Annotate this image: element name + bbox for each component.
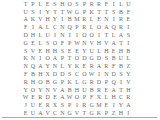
grid-cell[interactable]: D [110, 70, 117, 78]
grid-cell[interactable]: H [95, 39, 102, 47]
grid-cell[interactable]: E [29, 39, 36, 47]
grid-cell[interactable]: H [73, 86, 80, 94]
grid-cell[interactable]: N [59, 31, 66, 39]
grid-cell[interactable]: D [81, 55, 88, 63]
grid-cell[interactable]: E [37, 47, 44, 55]
grid-cell[interactable]: L [37, 31, 44, 39]
grid-cell[interactable]: L [88, 23, 95, 31]
grid-cell[interactable]: I [125, 109, 132, 117]
grid-cell[interactable]: G [81, 78, 88, 86]
grid-cell[interactable]: Y [44, 62, 51, 70]
grid-cell[interactable]: D [22, 31, 29, 39]
grid-cell[interactable]: S [29, 8, 36, 16]
grid-cell[interactable]: X [44, 70, 51, 78]
grid-cell[interactable]: R [95, 0, 102, 8]
grid-cell[interactable]: R [44, 101, 51, 109]
grid-cell[interactable]: G [22, 39, 29, 47]
grid-cell[interactable]: I [59, 16, 66, 24]
grid-cell[interactable]: K [73, 62, 80, 70]
grid-cell[interactable]: F [110, 62, 117, 70]
grid-cell[interactable]: N [29, 55, 36, 63]
grid-cell[interactable]: T [95, 8, 102, 16]
grid-cell[interactable]: T [51, 8, 58, 16]
grid-cell[interactable]: W [66, 8, 73, 16]
grid-cell[interactable]: O [81, 31, 88, 39]
grid-cell[interactable]: I [73, 31, 80, 39]
grid-cell[interactable]: P [59, 78, 66, 86]
grid-cell[interactable]: S [59, 47, 66, 55]
grid-cell[interactable]: G [51, 78, 58, 86]
grid-cell[interactable]: L [37, 0, 44, 8]
grid-cell[interactable]: P [73, 23, 80, 31]
grid-cell[interactable]: Q [29, 62, 36, 70]
grid-cell[interactable]: Z [125, 62, 132, 70]
grid-cell[interactable]: L [103, 94, 110, 102]
grid-cell[interactable]: W [66, 94, 73, 102]
grid-cell[interactable]: Z [110, 109, 117, 117]
grid-cell[interactable]: T [66, 55, 73, 63]
grid-cell[interactable]: A [37, 109, 44, 117]
grid-cell[interactable]: H [44, 16, 51, 24]
grid-cell[interactable]: V [29, 47, 36, 55]
grid-cell[interactable]: T [103, 31, 110, 39]
grid-cell[interactable]: P [66, 101, 73, 109]
grid-cell[interactable]: S [66, 70, 73, 78]
grid-cell[interactable]: R [117, 16, 124, 24]
grid-cell[interactable]: U [117, 55, 124, 63]
grid-cell[interactable]: E [103, 101, 110, 109]
grid-cell[interactable]: F [88, 94, 95, 102]
bottom-divider-line [2, 117, 157, 118]
grid-cell[interactable]: I [117, 78, 124, 86]
grid-cell[interactable]: P [66, 39, 73, 47]
grid-cell[interactable]: L [88, 16, 95, 24]
grid-cell[interactable]: S [51, 0, 58, 8]
grid-cell[interactable]: Y [22, 86, 29, 94]
grid-cell[interactable]: V [73, 109, 80, 117]
grid-cell[interactable]: R [81, 23, 88, 31]
grid-cell[interactable]: R [103, 62, 110, 70]
grid-cell[interactable]: R [37, 94, 44, 102]
grid-cell[interactable]: H [29, 31, 36, 39]
grid-cell[interactable]: F [59, 39, 66, 47]
grid-cell[interactable]: E [103, 86, 110, 94]
grid-cell[interactable]: A [59, 94, 66, 102]
grid-cell[interactable]: R [22, 78, 29, 86]
grid-cell[interactable]: O [88, 31, 95, 39]
grid-cell[interactable]: N [44, 86, 51, 94]
grid-cell[interactable]: S [110, 8, 117, 16]
grid-cell[interactable]: X [95, 94, 102, 102]
grid-cell[interactable]: Y [44, 8, 51, 16]
word-search-grid: TPLESHOSPRRFILUUSIYTTWGPKTTSBFAKVHYIBMRL… [22, 0, 132, 117]
grid-cell[interactable]: T [117, 86, 124, 94]
grid-cell[interactable]: E [110, 47, 117, 55]
grid-cell[interactable]: G [88, 55, 95, 63]
grid-cell[interactable]: R [95, 86, 102, 94]
grid-cell[interactable]: U [29, 101, 36, 109]
grid-cell[interactable]: P [81, 94, 88, 102]
grid-cell[interactable]: G [88, 101, 95, 109]
grid-cell[interactable]: D [44, 94, 51, 102]
grid-cell[interactable]: Y [117, 101, 124, 109]
grid-cell[interactable]: A [59, 86, 66, 94]
grid-cell[interactable]: V [125, 78, 132, 86]
grid-cell[interactable]: S [103, 55, 110, 63]
grid-cell[interactable]: H [110, 94, 117, 102]
grid-cell[interactable]: H [29, 78, 36, 86]
grid-cell[interactable]: K [29, 16, 36, 24]
grid-cell[interactable]: T [117, 39, 124, 47]
grid-cell[interactable]: U [44, 31, 51, 39]
grid-cell[interactable]: I [125, 39, 132, 47]
grid-cell[interactable]: A [110, 39, 117, 47]
grid-cell[interactable]: D [59, 70, 66, 78]
grid-cell[interactable]: V [51, 86, 58, 94]
grid-cell[interactable]: H [59, 0, 66, 8]
grid-cell[interactable]: C [51, 109, 58, 117]
grid-cell[interactable]: S [22, 47, 29, 55]
grid-cell[interactable]: W [22, 94, 29, 102]
grid-cell[interactable]: N [103, 70, 110, 78]
grid-cell[interactable]: E [66, 47, 73, 55]
grid-cell[interactable]: Y [125, 70, 132, 78]
grid-cell[interactable]: F [125, 8, 132, 16]
grid-cell[interactable]: V [88, 39, 95, 47]
grid-cell[interactable]: D [51, 70, 58, 78]
grid-cell[interactable]: U [29, 109, 36, 117]
grid-cell[interactable]: I [110, 16, 117, 24]
grid-cell[interactable]: W [73, 39, 80, 47]
grid-cell[interactable]: R [81, 101, 88, 109]
grid-cell[interactable]: Y [51, 16, 58, 24]
grid-cell[interactable]: L [117, 0, 124, 8]
grid-cell[interactable]: E [81, 62, 88, 70]
grid-cell[interactable]: E [73, 47, 80, 55]
grid-cell[interactable]: L [37, 39, 44, 47]
grid-cell[interactable]: B [44, 78, 51, 86]
grid-cell[interactable]: Q [66, 23, 73, 31]
grid-cell[interactable]: O [37, 78, 44, 86]
grid-cell[interactable]: Q [110, 23, 117, 31]
grid-cell[interactable]: R [117, 23, 124, 31]
grid-cell[interactable]: O [81, 70, 88, 78]
grid-cell[interactable]: A [22, 16, 29, 24]
grid-cell[interactable]: I [29, 23, 36, 31]
grid-cell[interactable]: H [103, 47, 110, 55]
grid-cell[interactable]: O [66, 0, 73, 8]
grid-cell[interactable]: S [117, 70, 124, 78]
grid-cell[interactable]: U [125, 0, 132, 8]
grid-cell[interactable]: D [95, 55, 102, 63]
grid-cell[interactable]: P [59, 55, 66, 63]
grid-cell[interactable]: J [22, 101, 29, 109]
grid-cell[interactable]: E [44, 0, 51, 8]
grid-cell[interactable]: R [81, 16, 88, 24]
grid-cell[interactable]: F [22, 23, 29, 31]
grid-cell[interactable]: I [37, 8, 44, 16]
grid-cell[interactable]: H [37, 70, 44, 78]
grid-cell[interactable]: E [22, 109, 29, 117]
grid-cell[interactable]: W [88, 70, 95, 78]
grid-cell[interactable]: O [95, 23, 102, 31]
grid-cell[interactable]: S [44, 39, 51, 47]
grid-cell[interactable]: A [117, 31, 124, 39]
grid-cell[interactable]: O [44, 55, 51, 63]
grid-cell[interactable]: N [81, 39, 88, 47]
grid-cell[interactable]: L [73, 78, 80, 86]
grid-cell[interactable]: L [44, 23, 51, 31]
grid-cell[interactable]: Q [110, 78, 117, 86]
grid-cell[interactable]: M [95, 101, 102, 109]
grid-cell[interactable]: B [117, 8, 124, 16]
grid-cell[interactable]: R [88, 62, 95, 70]
grid-cell[interactable]: P [29, 0, 36, 8]
grid-cell[interactable]: V [44, 109, 51, 117]
grid-cell[interactable]: O [29, 86, 36, 94]
grid-cell[interactable]: B [88, 86, 95, 94]
grid-cell[interactable]: B [125, 47, 132, 55]
grid-cell[interactable]: E [125, 16, 132, 24]
grid-cell[interactable]: X [51, 101, 58, 109]
grid-cell[interactable]: A [51, 55, 58, 63]
grid-cell[interactable]: M [73, 16, 80, 24]
grid-cell[interactable]: H [117, 109, 124, 117]
grid-cell[interactable]: N [103, 16, 110, 24]
grid-cell[interactable]: U [81, 86, 88, 94]
grid-cell[interactable]: T [81, 109, 88, 117]
grid-cell[interactable]: I [125, 23, 132, 31]
grid-cell[interactable]: R [125, 94, 132, 102]
grid-cell[interactable]: I [51, 31, 58, 39]
grid-cell[interactable]: S [125, 31, 132, 39]
grid-cell[interactable]: B [66, 86, 73, 94]
grid-cell[interactable]: B [66, 16, 73, 24]
grid-cell[interactable]: Y [37, 86, 44, 94]
grid-cell[interactable]: A [95, 62, 102, 70]
grid-cell[interactable]: I [95, 70, 102, 78]
grid-cell[interactable]: O [51, 39, 58, 47]
grid-cell[interactable]: H [44, 47, 51, 55]
grid-cell[interactable]: L [110, 31, 117, 39]
grid-cell[interactable]: E [37, 101, 44, 109]
grid-cell[interactable]: I [95, 31, 102, 39]
grid-cell[interactable]: F [22, 70, 29, 78]
grid-cell[interactable]: F [103, 0, 110, 8]
grid-cell[interactable]: U [22, 8, 29, 16]
grid-cell[interactable]: B [117, 62, 124, 70]
grid-cell[interactable]: E [95, 16, 102, 24]
grid-cell[interactable]: R [88, 78, 95, 86]
grid-cell[interactable]: P [103, 78, 110, 86]
grid-cell[interactable]: P [81, 8, 88, 16]
grid-cell[interactable]: I [66, 31, 73, 39]
grid-cell[interactable]: V [103, 39, 110, 47]
grid-cell[interactable]: G [88, 109, 95, 117]
grid-cell[interactable]: L [59, 62, 66, 70]
grid-cell[interactable]: A [37, 62, 44, 70]
grid-cell[interactable]: H [125, 86, 132, 94]
grid-cell[interactable]: N [22, 62, 29, 70]
grid-cell[interactable]: T [103, 8, 110, 16]
grid-cell[interactable]: Y [81, 47, 88, 55]
grid-cell[interactable]: I [110, 0, 117, 8]
grid-cell[interactable]: E [29, 94, 36, 102]
grid-cell[interactable]: S [59, 101, 66, 109]
grid-cell[interactable]: P [81, 0, 88, 8]
grid-cell[interactable]: C [51, 23, 58, 31]
grid-cell[interactable]: N [59, 109, 66, 117]
grid-cell[interactable]: R [88, 0, 95, 8]
grid-cell[interactable]: S [73, 0, 80, 8]
grid-cell[interactable]: N [51, 62, 58, 70]
grid-cell[interactable]: U [88, 47, 95, 55]
grid-cell[interactable]: I [37, 55, 44, 63]
grid-cell[interactable]: L [95, 47, 102, 55]
grid-cell[interactable]: N [59, 23, 66, 31]
grid-cell[interactable]: A [37, 23, 44, 31]
grid-cell[interactable]: O [73, 94, 80, 102]
grid-cell[interactable]: C [117, 94, 124, 102]
grid-cell[interactable]: G [66, 109, 73, 117]
grid-cell[interactable]: T [59, 8, 66, 16]
grid-cell[interactable]: K [22, 55, 29, 63]
grid-cell[interactable]: B [110, 55, 117, 63]
grid-cell[interactable]: I [110, 101, 117, 109]
grid-cell[interactable]: O [73, 55, 80, 63]
grid-cell[interactable]: A [125, 101, 132, 109]
word-search-puzzle: TPLESHOSPRRFILUUSIYTTWGPKTTSBFAKVHYIBMRL… [0, 0, 160, 120]
grid-cell[interactable]: D [95, 78, 102, 86]
grid-cell[interactable]: E [51, 94, 58, 102]
grid-cell[interactable]: B [29, 70, 36, 78]
grid-cell[interactable]: C [73, 70, 80, 78]
grid-cell[interactable]: K [88, 8, 95, 16]
grid-cell[interactable]: A [103, 23, 110, 31]
grid-cell[interactable]: T [22, 0, 29, 8]
grid-cell[interactable]: L [125, 55, 132, 63]
grid-cell[interactable]: H [51, 47, 58, 55]
grid-cell[interactable]: H [117, 47, 124, 55]
grid-cell[interactable]: G [73, 8, 80, 16]
grid-cell[interactable]: K [95, 109, 102, 117]
grid-cell[interactable]: A [110, 86, 117, 94]
grid-cell[interactable]: I [73, 101, 80, 109]
grid-cell[interactable]: V [37, 16, 44, 24]
grid-cell[interactable]: K [66, 78, 73, 86]
grid-cell[interactable]: Y [66, 62, 73, 70]
grid-cell[interactable]: P [103, 109, 110, 117]
